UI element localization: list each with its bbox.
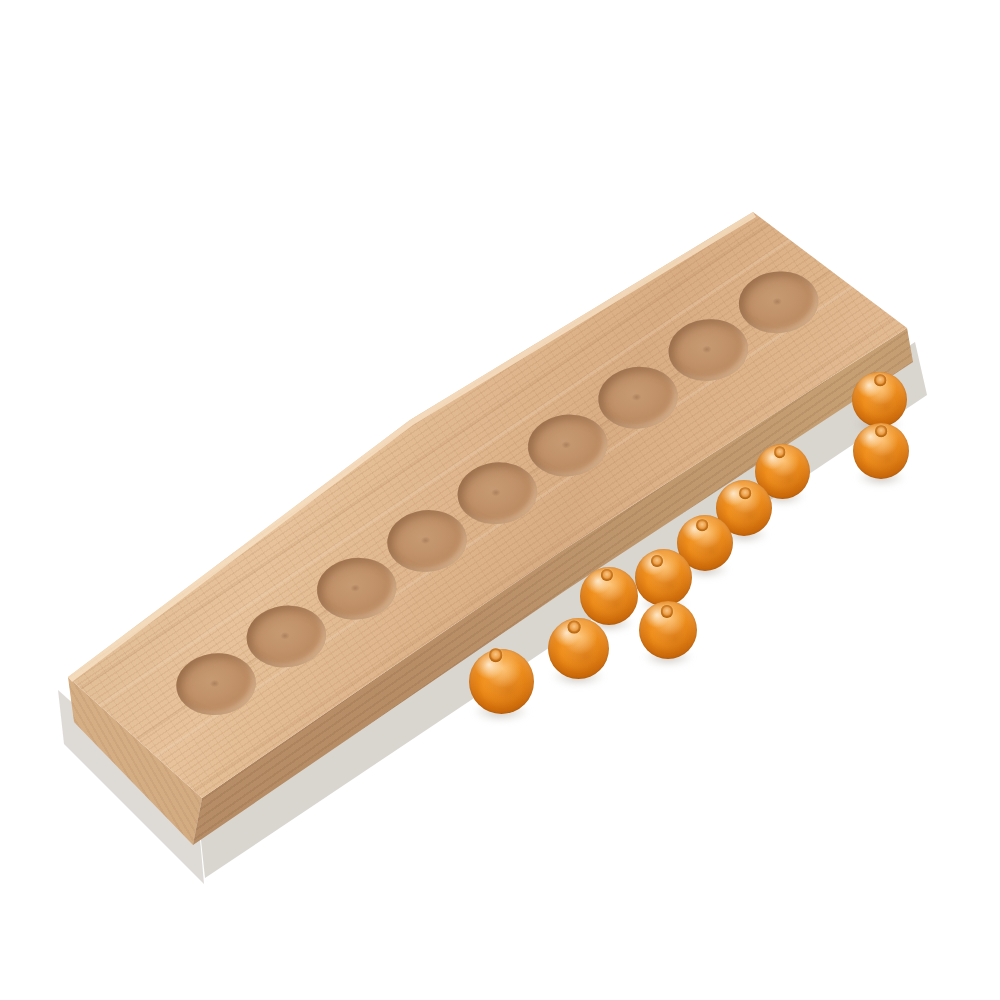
bead-threading-hole — [875, 425, 887, 437]
bead-2[interactable] — [853, 423, 909, 479]
bead-threading-hole — [661, 605, 673, 617]
product-photo-scene — [0, 0, 1000, 1000]
bead-threading-hole — [874, 375, 886, 387]
bead-threading-hole — [739, 488, 751, 500]
bead-8[interactable] — [639, 601, 697, 659]
bead-7[interactable] — [580, 567, 638, 625]
bead-threading-hole — [774, 447, 786, 459]
bead-9[interactable] — [548, 618, 609, 679]
bead-1[interactable] — [852, 372, 907, 427]
bead-threading-hole — [696, 519, 708, 531]
bead-threading-hole — [651, 555, 663, 567]
bead-threading-hole — [568, 621, 581, 634]
bead-6[interactable] — [635, 549, 692, 606]
bead-threading-hole — [489, 648, 503, 662]
bead-10[interactable] — [469, 649, 534, 714]
bead-threading-hole — [601, 569, 613, 581]
